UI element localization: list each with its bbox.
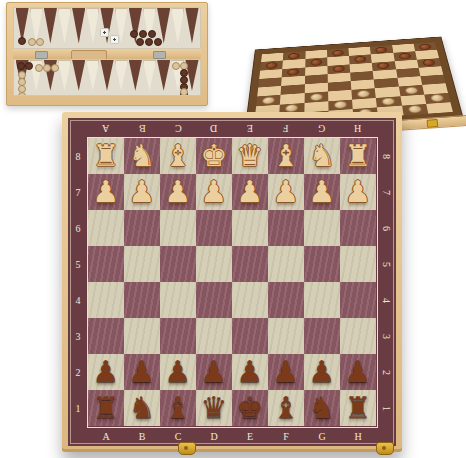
backgammon-point bbox=[72, 8, 85, 45]
light-pawn: ♟ bbox=[196, 174, 232, 210]
light-pawn: ♟ bbox=[88, 174, 124, 210]
light-knight: ♞ bbox=[304, 138, 340, 174]
square-f3 bbox=[268, 318, 304, 354]
rank-label: 6 bbox=[68, 210, 88, 246]
backgammon-point bbox=[72, 60, 85, 92]
file-label: A bbox=[88, 118, 124, 138]
rank-label: 2 bbox=[68, 354, 88, 390]
dark-bishop: ♝ bbox=[268, 390, 304, 426]
light-backgammon-checker bbox=[28, 38, 36, 46]
square-g3 bbox=[304, 318, 340, 354]
brown-checker bbox=[354, 56, 366, 63]
square-g8: ♞ bbox=[304, 138, 340, 174]
dark-pawn: ♟ bbox=[340, 354, 376, 390]
backgammon-point bbox=[171, 8, 184, 45]
light-backgammon-checker bbox=[172, 62, 180, 70]
square-b3 bbox=[124, 318, 160, 354]
dark-rook: ♜ bbox=[88, 390, 124, 426]
square-b2: ♟ bbox=[124, 354, 160, 390]
square-d1: ♛ bbox=[196, 390, 232, 426]
square-f5 bbox=[268, 246, 304, 282]
die-icon bbox=[100, 28, 109, 37]
cream-checker bbox=[382, 97, 395, 105]
rank-label: 5 bbox=[376, 246, 396, 282]
brown-backgammon-checker bbox=[18, 37, 26, 45]
cream-checker bbox=[408, 105, 422, 113]
square-f6 bbox=[268, 210, 304, 246]
cream-checker bbox=[357, 90, 370, 98]
rank-label: 7 bbox=[376, 174, 396, 210]
dark-rook: ♜ bbox=[340, 390, 376, 426]
chess-board: ABCDEFGH8♜♞♝♚♛♝♞♜87♟♟♟♟♟♟♟♟7665544332♟♟♟… bbox=[68, 118, 396, 446]
file-label: A bbox=[88, 426, 124, 446]
rank-label: 1 bbox=[376, 390, 396, 426]
dark-knight: ♞ bbox=[124, 390, 160, 426]
square-e8: ♛ bbox=[232, 138, 268, 174]
light-pawn: ♟ bbox=[160, 174, 196, 210]
light-pawn: ♟ bbox=[268, 174, 304, 210]
square-b6 bbox=[124, 210, 160, 246]
square-c3 bbox=[160, 318, 196, 354]
brown-checker bbox=[333, 65, 345, 72]
square-b1: ♞ bbox=[124, 390, 160, 426]
backgammon-point bbox=[115, 60, 128, 92]
rank-label: 2 bbox=[376, 354, 396, 390]
file-label: F bbox=[268, 426, 304, 446]
dark-knight: ♞ bbox=[304, 390, 340, 426]
square-f1: ♝ bbox=[268, 390, 304, 426]
square-e6 bbox=[232, 210, 268, 246]
hinge-icon bbox=[35, 51, 48, 59]
rank-label: 5 bbox=[68, 246, 88, 282]
square-d7: ♟ bbox=[196, 174, 232, 210]
square-h4 bbox=[340, 282, 376, 318]
brown-checker bbox=[422, 59, 435, 66]
square-d6 bbox=[196, 210, 232, 246]
light-rook: ♜ bbox=[340, 138, 376, 174]
file-label: B bbox=[124, 426, 160, 446]
checkers-square bbox=[426, 102, 453, 114]
file-label: D bbox=[196, 118, 232, 138]
dark-pawn: ♟ bbox=[124, 354, 160, 390]
light-backgammon-checker bbox=[36, 38, 44, 46]
dark-pawn: ♟ bbox=[268, 354, 304, 390]
brown-backgammon-checker bbox=[130, 30, 138, 38]
board-corner bbox=[376, 118, 396, 138]
square-a1: ♜ bbox=[88, 390, 124, 426]
square-a2: ♟ bbox=[88, 354, 124, 390]
brown-checker bbox=[398, 53, 411, 60]
dark-pawn: ♟ bbox=[88, 354, 124, 390]
file-label: C bbox=[160, 118, 196, 138]
brown-backgammon-checker bbox=[145, 38, 153, 46]
square-e4 bbox=[232, 282, 268, 318]
file-label: F bbox=[268, 118, 304, 138]
rank-label: 3 bbox=[376, 318, 396, 354]
square-h3 bbox=[340, 318, 376, 354]
file-label: E bbox=[232, 118, 268, 138]
cream-checker bbox=[310, 93, 322, 101]
brown-backgammon-checker bbox=[148, 30, 156, 38]
dark-king: ♚ bbox=[232, 390, 268, 426]
square-a5 bbox=[88, 246, 124, 282]
light-knight: ♞ bbox=[124, 138, 160, 174]
cream-checker bbox=[404, 87, 418, 95]
square-f4 bbox=[268, 282, 304, 318]
light-king: ♚ bbox=[196, 138, 232, 174]
checkers-inset bbox=[231, 0, 466, 118]
brown-checker bbox=[332, 50, 344, 57]
square-g7: ♟ bbox=[304, 174, 340, 210]
gold-clasp-icon bbox=[427, 119, 439, 128]
dark-bishop: ♝ bbox=[160, 390, 196, 426]
square-f7: ♟ bbox=[268, 174, 304, 210]
square-c2: ♟ bbox=[160, 354, 196, 390]
backgammon-point bbox=[100, 60, 113, 92]
dark-pawn: ♟ bbox=[160, 354, 196, 390]
backgammon-point bbox=[44, 8, 57, 45]
die-icon bbox=[110, 35, 119, 44]
light-bishop: ♝ bbox=[160, 138, 196, 174]
backgammon-base-half bbox=[13, 59, 201, 96]
square-e7: ♟ bbox=[232, 174, 268, 210]
brown-checker bbox=[377, 62, 389, 69]
hinge-icon bbox=[153, 51, 166, 59]
board-corner bbox=[68, 118, 88, 138]
rank-label: 4 bbox=[68, 282, 88, 318]
square-h1: ♜ bbox=[340, 390, 376, 426]
rank-label: 8 bbox=[68, 138, 88, 174]
board-corner bbox=[68, 426, 88, 446]
light-backgammon-checker bbox=[18, 92, 26, 96]
backgammon-inset bbox=[6, 2, 208, 106]
backgammon-lid-half bbox=[13, 7, 201, 49]
dark-pawn: ♟ bbox=[232, 354, 268, 390]
light-pawn: ♟ bbox=[232, 174, 268, 210]
square-b7: ♟ bbox=[124, 174, 160, 210]
file-label: G bbox=[304, 426, 340, 446]
square-h5 bbox=[340, 246, 376, 282]
backgammon-point bbox=[157, 60, 170, 92]
backgammon-point bbox=[185, 8, 198, 45]
rank-label: 6 bbox=[376, 210, 396, 246]
backgammon-point bbox=[58, 8, 71, 45]
backgammon-hinge-bar bbox=[13, 49, 201, 59]
brown-backgammon-checker bbox=[25, 62, 33, 70]
square-a6 bbox=[88, 210, 124, 246]
brown-backgammon-checker bbox=[136, 38, 144, 46]
square-f2: ♟ bbox=[268, 354, 304, 390]
square-a8: ♜ bbox=[88, 138, 124, 174]
square-b4 bbox=[124, 282, 160, 318]
backgammon-point bbox=[58, 60, 71, 92]
chess-board-frame: ABCDEFGH8♜♞♝♚♛♝♞♜87♟♟♟♟♟♟♟♟7665544332♟♟♟… bbox=[62, 112, 402, 452]
file-label: B bbox=[124, 118, 160, 138]
light-rook: ♜ bbox=[88, 138, 124, 174]
square-d4 bbox=[196, 282, 232, 318]
backgammon-point bbox=[143, 60, 156, 92]
rank-label: 4 bbox=[376, 282, 396, 318]
square-b5 bbox=[124, 246, 160, 282]
backgammon-point bbox=[86, 60, 99, 92]
gold-clasp-icon bbox=[376, 442, 394, 455]
square-b8: ♞ bbox=[124, 138, 160, 174]
backgammon-point bbox=[86, 8, 99, 45]
product-photo-canvas: { "page": { "background_hex": "#ffffff",… bbox=[0, 0, 466, 458]
rank-label: 7 bbox=[68, 174, 88, 210]
square-a7: ♟ bbox=[88, 174, 124, 210]
light-backgammon-checker bbox=[35, 64, 43, 72]
square-h6 bbox=[340, 210, 376, 246]
square-c1: ♝ bbox=[160, 390, 196, 426]
square-h2: ♟ bbox=[340, 354, 376, 390]
rank-label: 8 bbox=[376, 138, 396, 174]
brown-backgammon-checker bbox=[17, 62, 25, 70]
square-g6 bbox=[304, 210, 340, 246]
rank-label: 1 bbox=[68, 390, 88, 426]
square-e3 bbox=[232, 318, 268, 354]
dark-pawn: ♟ bbox=[196, 354, 232, 390]
light-pawn: ♟ bbox=[304, 174, 340, 210]
file-label: G bbox=[304, 118, 340, 138]
light-pawn: ♟ bbox=[124, 174, 160, 210]
square-e2: ♟ bbox=[232, 354, 268, 390]
file-label: H bbox=[340, 426, 376, 446]
square-g4 bbox=[304, 282, 340, 318]
square-c5 bbox=[160, 246, 196, 282]
light-bishop: ♝ bbox=[268, 138, 304, 174]
brown-checker bbox=[310, 59, 321, 66]
file-label: D bbox=[196, 426, 232, 446]
backgammon-point bbox=[129, 60, 142, 92]
square-f8: ♝ bbox=[268, 138, 304, 174]
square-a3 bbox=[88, 318, 124, 354]
dark-queen: ♛ bbox=[196, 390, 232, 426]
brown-backgammon-checker bbox=[154, 38, 162, 46]
square-d5 bbox=[196, 246, 232, 282]
light-backgammon-checker bbox=[180, 88, 188, 96]
square-c8: ♝ bbox=[160, 138, 196, 174]
dark-pawn: ♟ bbox=[304, 354, 340, 390]
gold-clasp-icon bbox=[178, 442, 196, 455]
square-g5 bbox=[304, 246, 340, 282]
square-e5 bbox=[232, 246, 268, 282]
brown-checker bbox=[266, 62, 278, 69]
square-c7: ♟ bbox=[160, 174, 196, 210]
cream-checker bbox=[334, 101, 347, 109]
light-backgammon-checker bbox=[43, 64, 51, 72]
light-backgammon-checker bbox=[51, 64, 59, 72]
cream-checker bbox=[262, 96, 275, 104]
light-pawn: ♟ bbox=[340, 174, 376, 210]
square-a4 bbox=[88, 282, 124, 318]
checkers-square bbox=[402, 104, 428, 116]
brown-checker bbox=[288, 69, 300, 76]
brown-checker bbox=[288, 53, 299, 60]
brown-backgammon-checker bbox=[139, 30, 147, 38]
square-d3 bbox=[196, 318, 232, 354]
square-h8: ♜ bbox=[340, 138, 376, 174]
square-c4 bbox=[160, 282, 196, 318]
rank-label: 3 bbox=[68, 318, 88, 354]
square-g2: ♟ bbox=[304, 354, 340, 390]
brown-checker bbox=[375, 46, 387, 53]
brown-checker bbox=[419, 43, 432, 50]
file-label: E bbox=[232, 426, 268, 446]
square-d8: ♚ bbox=[196, 138, 232, 174]
square-h7: ♟ bbox=[340, 174, 376, 210]
file-label: H bbox=[340, 118, 376, 138]
square-e1: ♚ bbox=[232, 390, 268, 426]
square-g1: ♞ bbox=[304, 390, 340, 426]
square-c6 bbox=[160, 210, 196, 246]
square-d2: ♟ bbox=[196, 354, 232, 390]
light-queen: ♛ bbox=[232, 138, 268, 174]
cream-checker bbox=[430, 94, 444, 102]
